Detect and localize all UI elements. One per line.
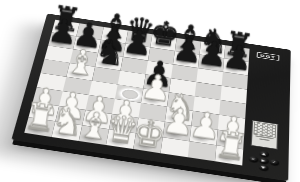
white-bishop-b5[interactable]: ♝ — [64, 43, 99, 81]
board-tilt-wrapper: ♜♝♛♚♝♞♜♟♟♟♟♟♟♟♞♝♟♟♞♟♟♟♟♟♟♟♜♞♝♛♚♜ DGT ▲×▶… — [11, 14, 290, 182]
display-text-line — [259, 138, 269, 141]
black-pawn-h7[interactable]: ♟ — [221, 39, 255, 76]
down-button[interactable]: ▼ — [258, 164, 268, 171]
up-button[interactable]: ▲ — [259, 150, 269, 157]
board: ♜♝♛♚♝♞♜♟♟♟♟♟♟♟♞♝♟♟♞♟♟♟♟♟♟♟♜♞♝♛♚♜ — [24, 20, 249, 166]
dgt-centaur-frame: ♜♝♛♚♝♞♜♟♟♟♟♟♟♟♞♝♟♟♞♟♟♟♟♟♟♟♜♞♝♛♚♜ DGT ▲×▶… — [11, 14, 290, 182]
play-pause-button[interactable]: ▶ — [259, 157, 269, 164]
white-king-e1[interactable]: ♚ — [131, 113, 168, 153]
back-button[interactable]: × — [248, 156, 258, 163]
button-pad: ▲×▶✓▼ — [247, 148, 279, 173]
square-h1[interactable]: ♜ — [215, 145, 243, 165]
square-b5[interactable]: ♝ — [66, 63, 95, 81]
dgt-logo: DGT — [256, 52, 280, 61]
epaper-display — [251, 120, 278, 149]
white-rook-h1[interactable]: ♜ — [213, 125, 250, 165]
square-e1[interactable]: ♚ — [133, 133, 162, 153]
tick-button[interactable]: ✓ — [269, 159, 279, 166]
